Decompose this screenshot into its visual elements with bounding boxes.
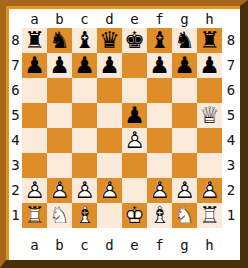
board-inner: abcdefgh 87654321 ♜♞♝♛♚♝♞♜♟♟♟♟♟♟♟♟♛♕♟♙♟♙… [6, 6, 240, 260]
square-a3[interactable] [22, 153, 47, 178]
square-f8[interactable]: ♝ [147, 28, 172, 53]
file-label-bottom-c: c [72, 237, 97, 253]
rank-label-left-6: 6 [9, 78, 22, 103]
square-f3[interactable] [147, 153, 172, 178]
square-h8[interactable]: ♜ [197, 28, 222, 53]
chessboard-window: abcdefgh 87654321 ♜♞♝♛♚♝♞♜♟♟♟♟♟♟♟♟♛♕♟♙♟♙… [0, 0, 248, 268]
square-g7[interactable]: ♟ [172, 53, 197, 78]
file-label-bottom-b: b [47, 237, 72, 253]
rank-label-right-2: 2 [222, 178, 240, 203]
square-b6[interactable] [47, 78, 72, 103]
white-pawn-piece: ♟♙ [47, 178, 72, 203]
square-d4[interactable] [97, 128, 122, 153]
rank-label-right-6: 6 [222, 78, 240, 103]
square-d2[interactable]: ♟♙ [97, 178, 122, 203]
white-bishop-piece: ♝♗ [72, 203, 97, 228]
black-pawn-piece: ♟ [172, 53, 197, 78]
black-pawn-piece: ♟ [22, 53, 47, 78]
square-c4[interactable] [72, 128, 97, 153]
white-knight-piece: ♞♘ [172, 203, 197, 228]
square-e4[interactable]: ♟♙ [122, 128, 147, 153]
square-f4[interactable] [147, 128, 172, 153]
square-b4[interactable] [47, 128, 72, 153]
square-h2[interactable]: ♟♙ [197, 178, 222, 203]
white-pawn-piece: ♟♙ [172, 178, 197, 203]
file-label-top-f: f [147, 11, 172, 27]
square-d8[interactable]: ♛ [97, 28, 122, 53]
rank-label-right-4: 4 [222, 128, 240, 153]
white-pawn-piece: ♟♙ [22, 178, 47, 203]
square-c7[interactable]: ♟ [72, 53, 97, 78]
square-c6[interactable] [72, 78, 97, 103]
square-h6[interactable] [197, 78, 222, 103]
square-g2[interactable]: ♟♙ [172, 178, 197, 203]
square-e5[interactable]: ♟ [122, 103, 147, 128]
square-g6[interactable] [172, 78, 197, 103]
square-a7[interactable]: ♟ [22, 53, 47, 78]
square-e2[interactable] [122, 178, 147, 203]
square-b3[interactable] [47, 153, 72, 178]
square-e3[interactable] [122, 153, 147, 178]
white-queen-piece: ♛♕ [197, 103, 222, 128]
white-knight-piece: ♞♘ [47, 203, 72, 228]
square-a5[interactable] [22, 103, 47, 128]
black-pawn-piece: ♟ [47, 53, 72, 78]
square-g3[interactable] [172, 153, 197, 178]
rank-label-right-8: 8 [222, 28, 240, 53]
square-g4[interactable] [172, 128, 197, 153]
white-pawn-piece: ♟♙ [72, 178, 97, 203]
square-g5[interactable] [172, 103, 197, 128]
square-f2[interactable]: ♟♙ [147, 178, 172, 203]
rank-label-left-3: 3 [9, 153, 22, 178]
black-rook-piece: ♜ [22, 28, 47, 53]
square-h5[interactable]: ♛♕ [197, 103, 222, 128]
file-label-bottom-a: a [22, 237, 47, 253]
file-label-bottom-e: e [122, 237, 147, 253]
file-label-bottom-h: h [197, 237, 222, 253]
square-h7[interactable]: ♟ [197, 53, 222, 78]
file-label-top-d: d [97, 11, 122, 27]
rank-label-left-4: 4 [9, 128, 22, 153]
square-c5[interactable] [72, 103, 97, 128]
square-b5[interactable] [47, 103, 72, 128]
white-pawn-piece: ♟♙ [197, 178, 222, 203]
black-queen-piece: ♛ [97, 28, 122, 53]
square-a6[interactable] [22, 78, 47, 103]
square-a8[interactable]: ♜ [22, 28, 47, 53]
rank-label-left-8: 8 [9, 28, 22, 53]
square-b1[interactable]: ♞♘ [47, 203, 72, 228]
square-d3[interactable] [97, 153, 122, 178]
file-label-top-b: b [47, 11, 72, 27]
black-pawn-piece: ♟ [97, 53, 122, 78]
rank-label-right-7: 7 [222, 53, 240, 78]
square-a1[interactable]: ♜♖ [22, 203, 47, 228]
white-pawn-piece: ♟♙ [122, 128, 147, 153]
black-pawn-piece: ♟ [72, 53, 97, 78]
rank-label-right-3: 3 [222, 153, 240, 178]
square-e6[interactable] [122, 78, 147, 103]
square-d6[interactable] [97, 78, 122, 103]
square-d5[interactable] [97, 103, 122, 128]
square-c3[interactable] [72, 153, 97, 178]
square-b7[interactable]: ♟ [47, 53, 72, 78]
black-king-piece: ♚ [122, 28, 147, 53]
black-bishop-piece: ♝ [72, 28, 97, 53]
rank-label-left-1: 1 [9, 203, 22, 228]
square-e1[interactable]: ♚♔ [122, 203, 147, 228]
black-bishop-piece: ♝ [147, 28, 172, 53]
square-d1[interactable] [97, 203, 122, 228]
white-rook-piece: ♜♖ [22, 203, 47, 228]
file-label-top-c: c [72, 11, 97, 27]
board-frame: abcdefgh 87654321 ♜♞♝♛♚♝♞♜♟♟♟♟♟♟♟♟♛♕♟♙♟♙… [0, 0, 248, 268]
square-d7[interactable]: ♟ [97, 53, 122, 78]
square-e7[interactable] [122, 53, 147, 78]
black-pawn-piece: ♟ [122, 103, 147, 128]
square-h1[interactable]: ♜♖ [197, 203, 222, 228]
square-b8[interactable]: ♞ [47, 28, 72, 53]
square-c1[interactable]: ♝♗ [72, 203, 97, 228]
rank-labels-left: 87654321 [9, 28, 22, 228]
square-h3[interactable] [197, 153, 222, 178]
square-f5[interactable] [147, 103, 172, 128]
square-h4[interactable] [197, 128, 222, 153]
file-label-top-a: a [22, 11, 47, 27]
rank-label-left-2: 2 [9, 178, 22, 203]
square-a2[interactable]: ♟♙ [22, 178, 47, 203]
file-label-bottom-g: g [172, 237, 197, 253]
square-c2[interactable]: ♟♙ [72, 178, 97, 203]
square-g8[interactable]: ♞ [172, 28, 197, 53]
square-a4[interactable] [22, 128, 47, 153]
black-rook-piece: ♜ [197, 28, 222, 53]
square-f1[interactable]: ♝♗ [147, 203, 172, 228]
rank-label-left-5: 5 [9, 103, 22, 128]
file-label-top-e: e [122, 11, 147, 27]
file-label-bottom-f: f [147, 237, 172, 253]
black-knight-piece: ♞ [172, 28, 197, 53]
white-rook-piece: ♜♖ [197, 203, 222, 228]
file-labels-bottom: abcdefgh [22, 228, 222, 260]
rank-labels-right: 87654321 [222, 28, 240, 228]
black-pawn-piece: ♟ [147, 53, 172, 78]
black-pawn-piece: ♟ [197, 53, 222, 78]
file-label-bottom-d: d [97, 237, 122, 253]
square-f6[interactable] [147, 78, 172, 103]
square-c8[interactable]: ♝ [72, 28, 97, 53]
rank-label-right-1: 1 [222, 203, 240, 228]
black-knight-piece: ♞ [47, 28, 72, 53]
white-bishop-piece: ♝♗ [147, 203, 172, 228]
square-b2[interactable]: ♟♙ [47, 178, 72, 203]
square-f7[interactable]: ♟ [147, 53, 172, 78]
file-label-top-h: h [197, 11, 222, 27]
rank-label-left-7: 7 [9, 53, 22, 78]
white-pawn-piece: ♟♙ [147, 178, 172, 203]
file-label-top-g: g [172, 11, 197, 27]
square-g1[interactable]: ♞♘ [172, 203, 197, 228]
chess-board: ♜♞♝♛♚♝♞♜♟♟♟♟♟♟♟♟♛♕♟♙♟♙♟♙♟♙♟♙♟♙♟♙♟♙♜♖♞♘♝♗… [22, 28, 222, 228]
file-labels-top: abcdefgh [22, 9, 222, 28]
white-pawn-piece: ♟♙ [97, 178, 122, 203]
square-e8[interactable]: ♚ [122, 28, 147, 53]
white-king-piece: ♚♔ [122, 203, 147, 228]
rank-label-right-5: 5 [222, 103, 240, 128]
